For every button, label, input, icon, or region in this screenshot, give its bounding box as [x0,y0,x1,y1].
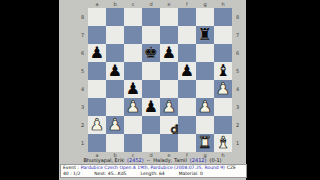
square-f6 [178,44,196,62]
white-pawn: ♟ [196,98,214,116]
game-info-panel: Event : Pardubice Czech Open A 19th, Par… [60,164,247,178]
file-label-e: e [160,1,178,7]
rank-label-3: 3 [233,98,242,116]
black-rook: ♜ [196,26,214,44]
square-e7 [160,26,178,44]
square-c7 [124,26,142,44]
game-result: (0-1) [210,157,222,164]
black-player-name: Halady, Tamil [153,157,187,164]
square-a8 [88,8,106,26]
square-b3 [106,98,124,116]
square-b2: ♟ [106,116,124,134]
file-label-h: h [214,1,232,7]
square-b4 [106,80,124,98]
square-g6 [196,44,214,62]
square-a6: ♟ [88,44,106,62]
white-pawn: ♟ [160,98,178,116]
file-label-b: b [106,1,124,7]
event-country: CZE [227,165,236,171]
square-h7 [214,26,232,44]
square-e3: ♟ [160,98,178,116]
square-f1 [178,134,196,152]
rank-label-8: 8 [78,8,87,26]
square-f3 [178,98,196,116]
next-move: Next: 45...Kd5 [94,171,126,177]
square-a1 [88,134,106,152]
square-d2 [142,116,160,134]
chess-app-area: abcdefgh 87654321 87654321 ♜♟♚♟♟♟♝♟♟♟♟♟♟… [59,0,246,180]
rank-label-1: 1 [78,134,87,152]
file-label-a: a [88,1,106,7]
square-a2: ♟ [88,116,106,134]
square-d6: ♚ [142,44,160,62]
square-f8 [178,8,196,26]
square-h8 [214,8,232,26]
file-label-c: c [124,1,142,7]
file-label-g: g [196,1,214,7]
square-h3 [214,98,232,116]
rank-label-7: 7 [78,26,87,44]
square-c8 [124,8,142,26]
black-king: ♚ [142,44,160,62]
square-b1 [106,134,124,152]
rank-label-6: 6 [78,44,87,62]
rank-labels-left: 87654321 [78,8,87,152]
rank-label-5: 5 [78,62,87,80]
score-value: 40 : 1/2 [63,171,80,177]
square-e4 [160,80,178,98]
square-c4: ♟ [124,80,142,98]
rank-label-5: 5 [233,62,242,80]
white-player-elo: (2452) [127,157,144,164]
black-pawn: ♟ [142,98,160,116]
square-g4 [196,80,214,98]
square-e2: ♚ [160,116,178,134]
square-b6 [106,44,124,62]
square-e5 [160,62,178,80]
square-h4: ♟ [214,80,232,98]
square-d7 [142,26,160,44]
white-pawn: ♟ [88,116,106,134]
rank-label-2: 2 [78,116,87,134]
black-pawn: ♟ [160,44,178,62]
black-pawn: ♟ [106,62,124,80]
square-a7 [88,26,106,44]
file-labels-top: abcdefgh [88,1,232,7]
file-label-d: d [142,1,160,7]
square-f7 [178,26,196,44]
rank-label-6: 6 [233,44,242,62]
square-b7 [106,26,124,44]
stats-line: 40 : 1/2 Next: 45...Kd5 Length: 64 Mater… [61,171,246,177]
square-c1 [124,134,142,152]
white-player-name: Bhuniyapal, Erik [83,157,124,164]
square-h6 [214,44,232,62]
white-pawn: ♟ [106,116,124,134]
rank-label-2: 2 [233,116,242,134]
black-pawn: ♟ [88,44,106,62]
square-d4 [142,80,160,98]
square-d5 [142,62,160,80]
rank-label-8: 8 [233,8,242,26]
square-f5: ♟ [178,62,196,80]
square-a3 [88,98,106,116]
square-e8 [160,8,178,26]
game-length: Length: 64 [140,171,164,177]
square-h2 [214,116,232,134]
square-c5 [124,62,142,80]
video-frame: abcdefgh 87654321 87654321 ♜♟♚♟♟♟♝♟♟♟♟♟♟… [0,0,320,180]
white-pawn: ♟ [214,80,232,98]
material-balance: Material: 0 [179,171,203,177]
square-a4 [88,80,106,98]
square-d1 [142,134,160,152]
rank-label-3: 3 [78,98,87,116]
rank-label-7: 7 [233,26,242,44]
square-h1: ♝ [214,134,232,152]
rank-labels-right: 87654321 [233,8,242,152]
square-g1: ♜ [196,134,214,152]
white-rook: ♜ [196,134,214,152]
rank-label-4: 4 [78,80,87,98]
black-pawn: ♟ [178,62,196,80]
square-b8 [106,8,124,26]
rank-label-4: 4 [233,80,242,98]
square-g8 [196,8,214,26]
square-d8 [142,8,160,26]
file-label-f: f [178,1,196,7]
black-bishop: ♝ [214,62,232,80]
square-g7: ♜ [196,26,214,44]
chess-board: ♜♟♚♟♟♟♝♟♟♟♟♟♟♟♟♚♜♝ [88,8,232,152]
black-pawn: ♟ [124,80,142,98]
square-d3: ♟ [142,98,160,116]
white-bishop: ♝ [214,134,232,152]
square-b5: ♟ [106,62,124,80]
rank-label-1: 1 [233,134,242,152]
square-e6: ♟ [160,44,178,62]
players-separator: -- [147,157,151,164]
players-header: Bhuniyapal, Erik (2452) -- Halady, Tamil… [59,157,246,164]
square-g3: ♟ [196,98,214,116]
white-pawn: ♟ [124,98,142,116]
square-c6 [124,44,142,62]
square-f4 [178,80,196,98]
square-e1 [160,134,178,152]
black-player-elo: (2412) [190,157,207,164]
square-c3: ♟ [124,98,142,116]
square-g5 [196,62,214,80]
square-c2 [124,116,142,134]
square-f2 [178,116,196,134]
square-a5 [88,62,106,80]
square-g2 [196,116,214,134]
square-h5: ♝ [214,62,232,80]
